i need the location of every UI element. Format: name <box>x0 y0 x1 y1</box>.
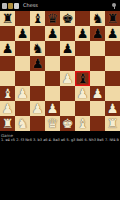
piece-white-pawn: ♟ <box>107 101 119 116</box>
app-title: Chess <box>23 0 111 11</box>
piece-black-pawn: ♟ <box>77 26 89 41</box>
square-h1[interactable]: ♜ <box>105 116 120 131</box>
piece-black-knight: ♞ <box>92 11 104 26</box>
square-d1[interactable]: ♛ <box>45 116 60 131</box>
square-g4[interactable] <box>90 71 105 86</box>
square-b1[interactable]: ♞ <box>15 116 30 131</box>
square-c2[interactable]: ♟ <box>30 101 45 116</box>
piece-white-pawn: ♟ <box>2 101 14 116</box>
square-a1[interactable]: ♜ <box>0 116 15 131</box>
piece-white-pawn: ♟ <box>17 86 29 101</box>
piece-white-pawn: ♟ <box>47 101 59 116</box>
square-b8[interactable] <box>15 11 30 26</box>
square-g6[interactable] <box>90 41 105 56</box>
piece-black-pawn: ♟ <box>2 41 14 56</box>
piece-white-pawn: ♟ <box>77 86 89 101</box>
square-b7[interactable]: ♟ <box>15 26 30 41</box>
square-d7[interactable]: ♟ <box>45 26 60 41</box>
square-d3[interactable] <box>45 86 60 101</box>
chess-board: ♜♝♛♚♞♜♟♟♟♟♟♟♞♟♟♟♝♝♟♟♟♟♟♟♟♜♞♛♚♝♜ <box>0 11 120 131</box>
square-f5[interactable] <box>75 56 90 71</box>
square-e2[interactable] <box>60 101 75 116</box>
square-e8[interactable]: ♚ <box>60 11 75 26</box>
piece-black-knight: ♞ <box>32 41 44 56</box>
piece-white-pawn: ♟ <box>92 86 104 101</box>
square-c3[interactable] <box>30 86 45 101</box>
square-c7[interactable] <box>30 26 45 41</box>
square-g8[interactable]: ♞ <box>90 11 105 26</box>
square-a6[interactable]: ♟ <box>0 41 15 56</box>
square-c4[interactable] <box>30 71 45 86</box>
notification-icon <box>2 3 7 9</box>
square-f7[interactable]: ♟ <box>75 26 90 41</box>
square-a5[interactable] <box>0 56 15 71</box>
piece-black-rook: ♜ <box>107 11 119 26</box>
piece-white-king: ♚ <box>62 116 74 131</box>
square-g3[interactable]: ♟ <box>90 86 105 101</box>
square-d6[interactable] <box>45 41 60 56</box>
square-c5[interactable]: ♟ <box>30 56 45 71</box>
square-b4[interactable] <box>15 71 30 86</box>
square-e5[interactable] <box>60 56 75 71</box>
piece-black-pawn: ♟ <box>62 41 74 56</box>
piece-white-rook: ♜ <box>2 116 14 131</box>
square-f1[interactable]: ♝ <box>75 116 90 131</box>
piece-black-pawn: ♟ <box>92 26 104 41</box>
square-d5[interactable] <box>45 56 60 71</box>
square-h5[interactable] <box>105 56 120 71</box>
square-d4[interactable] <box>45 71 60 86</box>
square-e1[interactable]: ♚ <box>60 116 75 131</box>
piece-black-bishop: ♝ <box>32 11 44 26</box>
piece-black-rook: ♜ <box>2 11 14 26</box>
move-list: 1. e4 c5 2. f3 Nc6 3. b3 a6 4. Ba3 e6 5.… <box>1 138 119 143</box>
phone-screen: Chess ♜♝♛♚♞♜♟♟♟♟♟♟♞♟♟♟♝♝♟♟♟♟♟♟♟♜♞♛♚♝♜ Ga… <box>0 0 120 200</box>
status-bar: Chess <box>0 0 120 11</box>
piece-white-queen: ♛ <box>47 116 59 131</box>
square-b2[interactable] <box>15 101 30 116</box>
piece-black-pawn: ♟ <box>107 26 119 41</box>
piece-white-rook: ♜ <box>107 116 119 131</box>
square-f6[interactable] <box>75 41 90 56</box>
notification-icon <box>14 3 19 9</box>
square-g2[interactable] <box>90 101 105 116</box>
piece-white-bishop: ♝ <box>77 116 89 131</box>
square-c6[interactable]: ♞ <box>30 41 45 56</box>
square-a4[interactable] <box>0 71 15 86</box>
square-c1[interactable] <box>30 116 45 131</box>
square-h2[interactable]: ♟ <box>105 101 120 116</box>
square-b6[interactable] <box>15 41 30 56</box>
square-c8[interactable]: ♝ <box>30 11 45 26</box>
square-f8[interactable] <box>75 11 90 26</box>
square-h3[interactable] <box>105 86 120 101</box>
square-h4[interactable] <box>105 71 120 86</box>
square-h7[interactable]: ♟ <box>105 26 120 41</box>
piece-white-pawn: ♟ <box>62 71 74 86</box>
piece-black-pawn: ♟ <box>32 56 44 71</box>
move-list-panel: Game 1. e4 c5 2. f3 Nc6 3. b3 a6 4. Ba3 … <box>0 131 120 200</box>
piece-black-pawn: ♟ <box>17 26 29 41</box>
notification-icon <box>8 3 13 9</box>
square-b5[interactable] <box>15 56 30 71</box>
square-f4[interactable]: ♝ <box>75 71 90 86</box>
square-a2[interactable]: ♟ <box>0 101 15 116</box>
piece-white-knight: ♞ <box>17 116 29 131</box>
square-e4[interactable]: ♟ <box>60 71 75 86</box>
square-e7[interactable] <box>60 26 75 41</box>
piece-white-pawn: ♟ <box>32 101 44 116</box>
square-d2[interactable]: ♟ <box>45 101 60 116</box>
piece-black-bishop: ♝ <box>77 71 89 86</box>
square-e3[interactable] <box>60 86 75 101</box>
square-a7[interactable] <box>0 26 15 41</box>
square-h6[interactable] <box>105 41 120 56</box>
square-g5[interactable] <box>90 56 105 71</box>
square-f2[interactable] <box>75 101 90 116</box>
piece-black-pawn: ♟ <box>47 26 59 41</box>
settings-wrench-icon <box>111 3 117 9</box>
square-d8[interactable]: ♛ <box>45 11 60 26</box>
piece-black-king: ♚ <box>62 11 74 26</box>
square-g7[interactable]: ♟ <box>90 26 105 41</box>
square-e6[interactable]: ♟ <box>60 41 75 56</box>
piece-black-queen: ♛ <box>47 11 59 26</box>
square-a8[interactable]: ♜ <box>0 11 15 26</box>
square-g1[interactable] <box>90 116 105 131</box>
piece-white-bishop: ♝ <box>2 86 14 101</box>
square-h8[interactable]: ♜ <box>105 11 120 26</box>
square-f3[interactable]: ♟ <box>75 86 90 101</box>
square-b3[interactable]: ♟ <box>15 86 30 101</box>
square-a3[interactable]: ♝ <box>0 86 15 101</box>
